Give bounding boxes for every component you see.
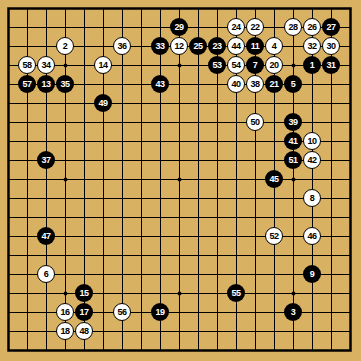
stone-black: 11 bbox=[246, 37, 264, 55]
stone-white: 28 bbox=[284, 18, 302, 36]
stone-white: 16 bbox=[56, 303, 74, 321]
stone-black: 13 bbox=[37, 75, 55, 93]
stone-white: 2 bbox=[56, 37, 74, 55]
stone-black: 33 bbox=[151, 37, 169, 55]
stone-white: 56 bbox=[113, 303, 131, 321]
stone-white: 58 bbox=[18, 56, 36, 74]
stone-black: 47 bbox=[37, 227, 55, 245]
stone-white: 38 bbox=[246, 75, 264, 93]
stone-black: 9 bbox=[303, 265, 321, 283]
stone-black: 43 bbox=[151, 75, 169, 93]
stone-white: 10 bbox=[303, 132, 321, 150]
stone-white: 52 bbox=[265, 227, 283, 245]
stone-white: 6 bbox=[37, 265, 55, 283]
stone-white: 46 bbox=[303, 227, 321, 245]
stone-black: 39 bbox=[284, 113, 302, 131]
stone-black: 25 bbox=[189, 37, 207, 55]
stone-black: 55 bbox=[227, 284, 245, 302]
stone-white: 36 bbox=[113, 37, 131, 55]
stone-white: 48 bbox=[75, 322, 93, 340]
stone-black: 23 bbox=[208, 37, 226, 55]
stone-white: 26 bbox=[303, 18, 321, 36]
stone-black: 17 bbox=[75, 303, 93, 321]
stone-white: 20 bbox=[265, 56, 283, 74]
stone-white: 24 bbox=[227, 18, 245, 36]
stone-white: 54 bbox=[227, 56, 245, 74]
stone-white: 30 bbox=[322, 37, 340, 55]
stone-white: 14 bbox=[94, 56, 112, 74]
stone-black: 31 bbox=[322, 56, 340, 74]
stone-black: 19 bbox=[151, 303, 169, 321]
stone-black: 35 bbox=[56, 75, 74, 93]
stone-black: 53 bbox=[208, 56, 226, 74]
stone-black: 3 bbox=[284, 303, 302, 321]
stone-black: 37 bbox=[37, 151, 55, 169]
stone-white: 42 bbox=[303, 151, 321, 169]
stone-white: 12 bbox=[170, 37, 188, 55]
stones-grid: 1234567891011121314151617181920212223242… bbox=[0, 0, 360, 360]
stone-black: 29 bbox=[170, 18, 188, 36]
stone-black: 27 bbox=[322, 18, 340, 36]
stone-black: 49 bbox=[94, 94, 112, 112]
stone-white: 4 bbox=[265, 37, 283, 55]
stone-white: 34 bbox=[37, 56, 55, 74]
stone-black: 45 bbox=[265, 170, 283, 188]
stone-white: 40 bbox=[227, 75, 245, 93]
stone-white: 50 bbox=[246, 113, 264, 131]
stone-black: 51 bbox=[284, 151, 302, 169]
stone-white: 44 bbox=[227, 37, 245, 55]
stone-black: 5 bbox=[284, 75, 302, 93]
go-board: 1234567891011121314151617181920212223242… bbox=[0, 0, 361, 361]
stone-black: 57 bbox=[18, 75, 36, 93]
stone-black: 41 bbox=[284, 132, 302, 150]
stone-black: 21 bbox=[265, 75, 283, 93]
stone-white: 18 bbox=[56, 322, 74, 340]
stone-white: 32 bbox=[303, 37, 321, 55]
stone-white: 22 bbox=[246, 18, 264, 36]
stone-black: 1 bbox=[303, 56, 321, 74]
stone-black: 15 bbox=[75, 284, 93, 302]
stone-black: 7 bbox=[246, 56, 264, 74]
stone-white: 8 bbox=[303, 189, 321, 207]
